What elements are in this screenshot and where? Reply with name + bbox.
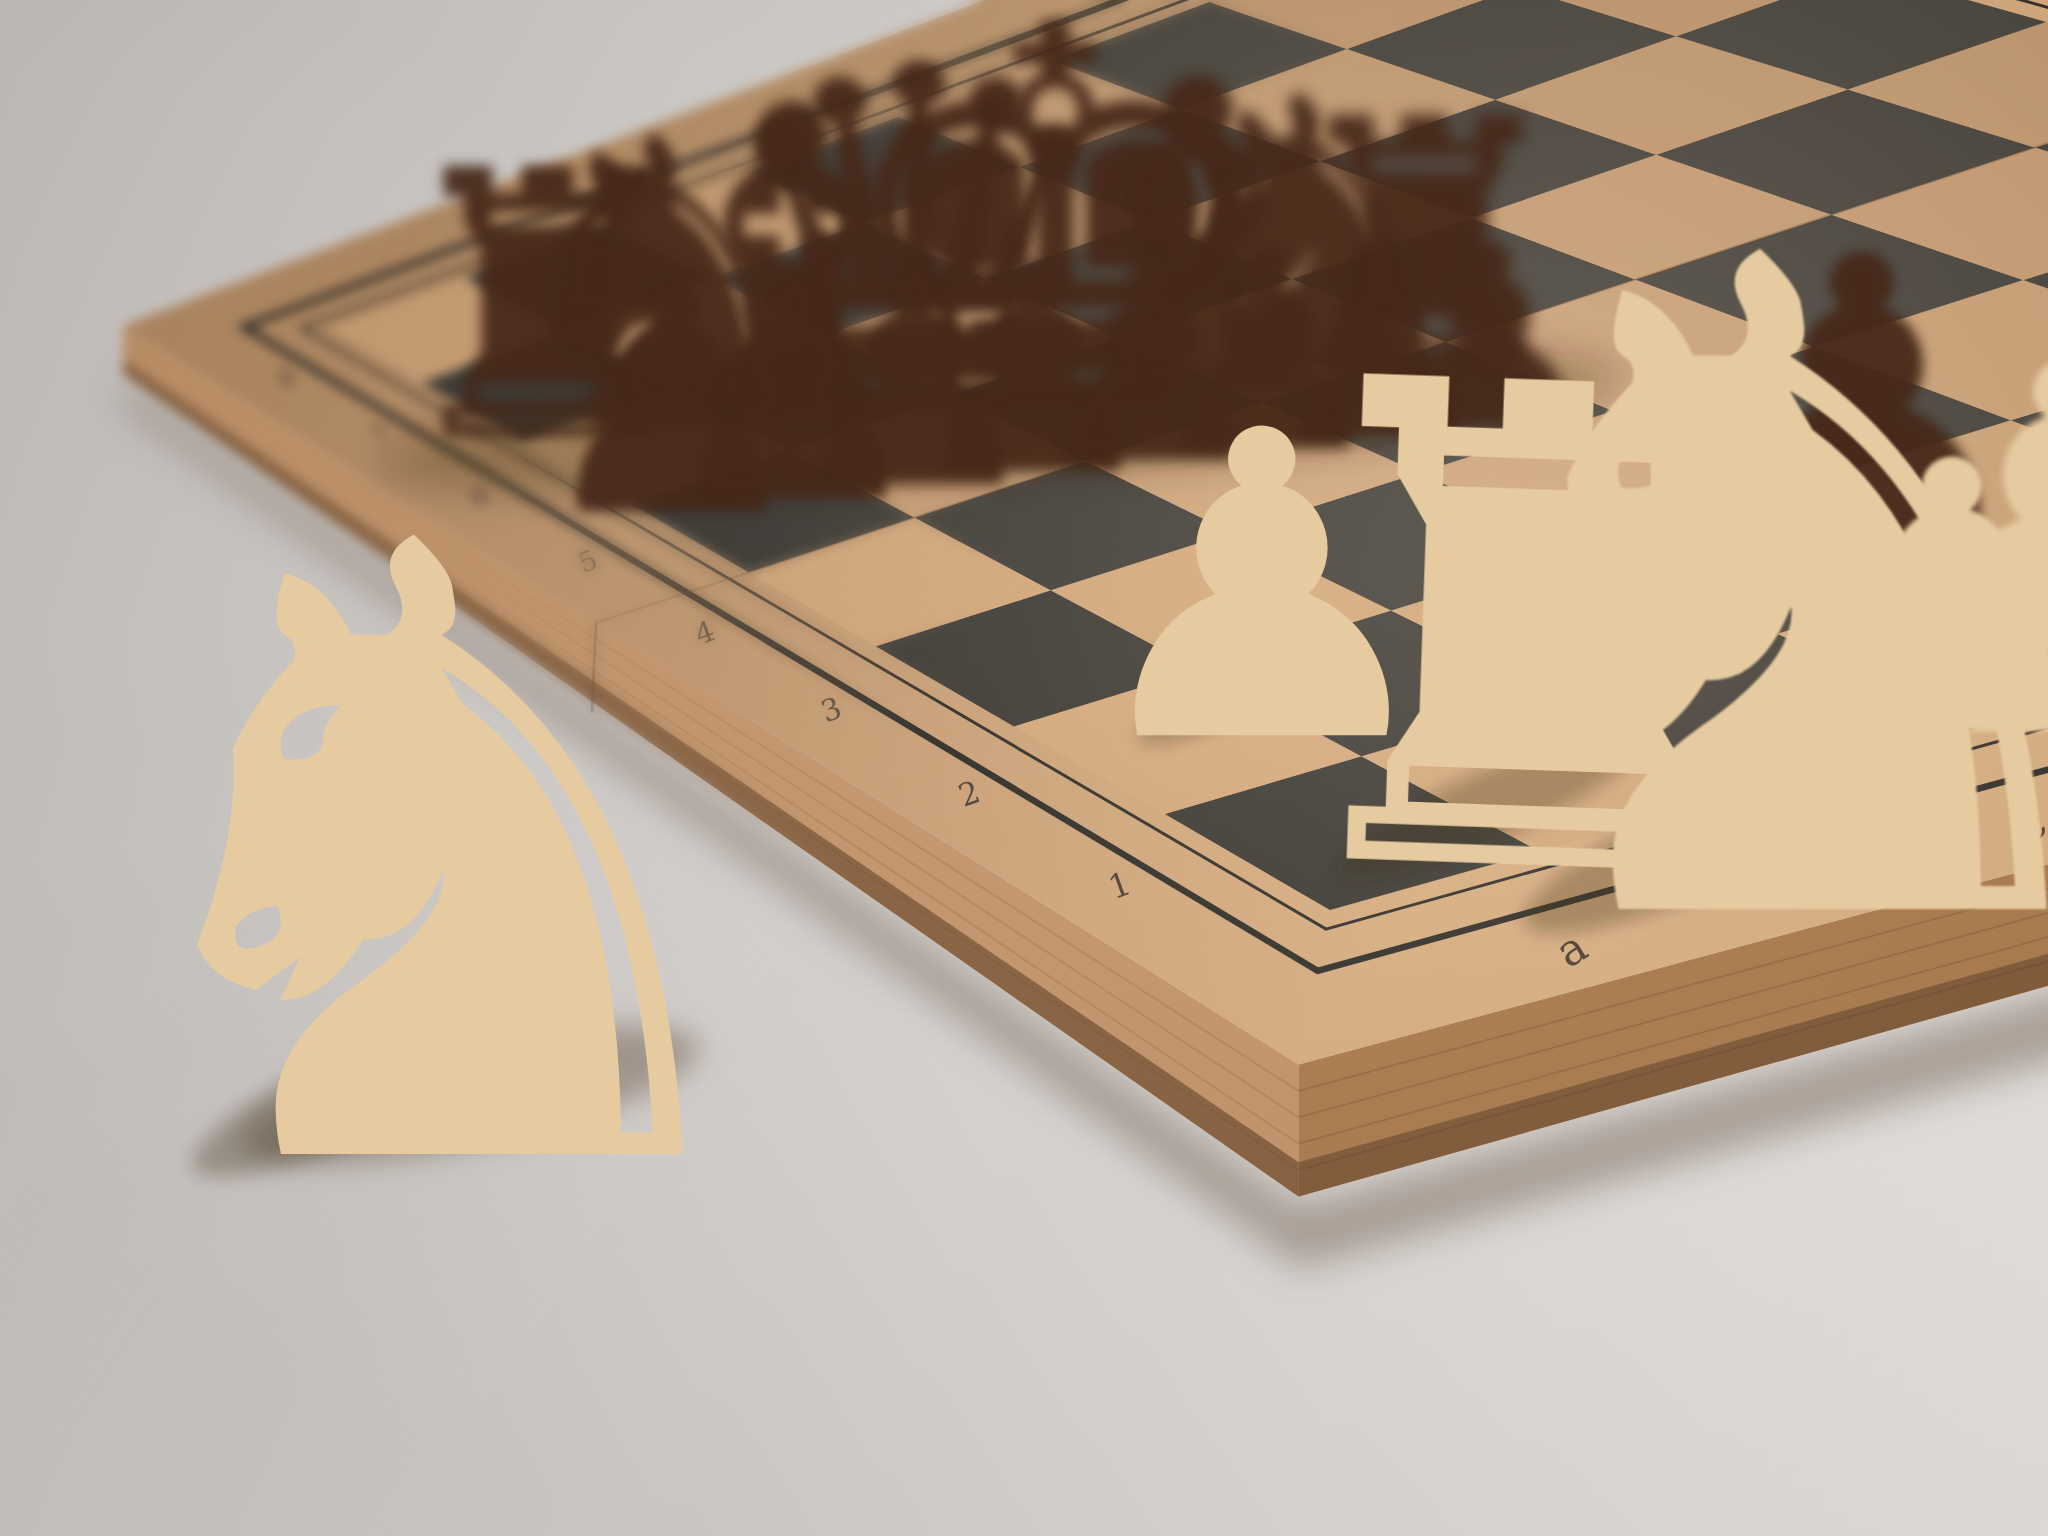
photo-stage: 12345678abcdefgh ♜♞♝♛♚♝♞♜♟♟♟♟♟♟♟♟♟♟♟♟ ♟♜… <box>0 0 2048 1536</box>
chessboard[interactable]: 12345678abcdefgh <box>0 0 2048 1536</box>
